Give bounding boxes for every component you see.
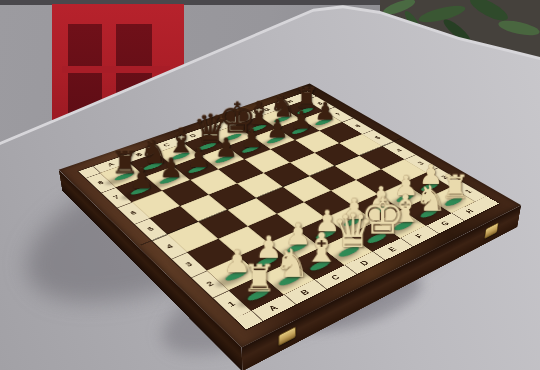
piece-white-rook[interactable]: ♜ (240, 262, 280, 296)
brass-clasp-right (484, 222, 498, 239)
plant-leaf (497, 18, 540, 38)
brass-clasp-left (279, 326, 297, 346)
board-grid: ABCDEFGH8♜♞♝♛♚♝♞♜87♟♟♟♟♟♟♟♟7665544332♟♟♟… (77, 91, 500, 331)
photo-scene: Chess ABCDEFGH8♜♞♝♛♚♝♞♜87♟♟♟♟♟♟♟♟7665544… (0, 0, 540, 370)
board-3d-wrapper: ABCDEFGH8♜♞♝♛♚♝♞♜87♟♟♟♟♟♟♟♟7665544332♟♟♟… (118, 22, 448, 352)
piece-black-pawn[interactable]: ♟ (154, 157, 187, 181)
piece-black-pawn[interactable]: ♟ (125, 167, 159, 191)
